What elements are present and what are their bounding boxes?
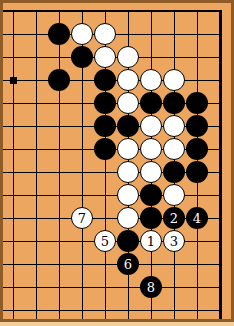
stone-white	[117, 138, 139, 160]
stone-black	[117, 115, 139, 137]
hoshi-point	[10, 77, 17, 84]
stone-white	[117, 161, 139, 183]
grid-line-v	[13, 11, 14, 319]
board-right-edge-line	[219, 11, 222, 319]
stone-black	[186, 115, 208, 137]
stone-black	[163, 161, 185, 183]
stone-black	[94, 138, 116, 160]
stone-black	[140, 92, 162, 114]
stone-white	[94, 46, 116, 68]
stone-white	[140, 69, 162, 91]
stone-white	[94, 23, 116, 45]
stone-white	[117, 69, 139, 91]
stone-black	[163, 92, 185, 114]
stone-black	[186, 138, 208, 160]
stone-black	[117, 230, 139, 252]
numbered-stone-1-white: 1	[140, 230, 162, 252]
stone-white	[163, 115, 185, 137]
stone-black	[94, 69, 116, 91]
stone-white	[140, 138, 162, 160]
grid-line-v	[36, 11, 37, 319]
numbered-stone-8-black: 8	[140, 276, 162, 298]
stone-black	[186, 92, 208, 114]
numbered-stone-7-white: 7	[71, 207, 93, 229]
stone-white	[140, 115, 162, 137]
board-bevel-edge	[0, 322, 234, 326]
numbered-stone-2-black: 2	[163, 207, 185, 229]
stone-black	[94, 115, 116, 137]
stone-white	[117, 46, 139, 68]
stone-white	[163, 184, 185, 206]
stone-white	[71, 23, 93, 45]
stone-black	[71, 46, 93, 68]
stone-white	[117, 207, 139, 229]
go-diagram: 72451368	[0, 0, 234, 326]
go-board: 72451368	[3, 3, 231, 319]
grid-line-v	[59, 11, 60, 319]
numbered-stone-3-white: 3	[163, 230, 185, 252]
stone-white	[163, 138, 185, 160]
stone-black	[140, 184, 162, 206]
stone-white	[117, 92, 139, 114]
stone-white	[163, 69, 185, 91]
stone-black	[186, 161, 208, 183]
stone-white	[140, 161, 162, 183]
stone-black	[140, 207, 162, 229]
stone-black	[94, 92, 116, 114]
numbered-stone-6-black: 6	[117, 253, 139, 275]
stone-white	[117, 184, 139, 206]
stone-black	[48, 69, 70, 91]
numbered-stone-4-black: 4	[186, 207, 208, 229]
numbered-stone-5-white: 5	[94, 230, 116, 252]
stone-black	[48, 23, 70, 45]
